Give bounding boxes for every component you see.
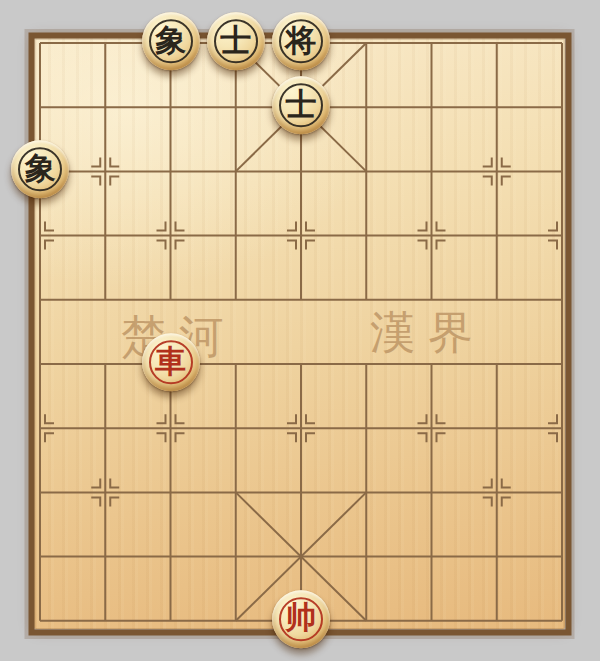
pieces-layer: 象士将士象車帅 xyxy=(0,0,600,661)
piece-black-advisor-1[interactable]: 士 xyxy=(207,12,265,70)
piece-glyph: 将 xyxy=(286,25,317,56)
piece-black-elephant-2[interactable]: 象 xyxy=(11,141,69,199)
piece-black-advisor-2[interactable]: 士 xyxy=(272,76,330,134)
piece-glyph: 車 xyxy=(155,346,186,377)
piece-glyph: 象 xyxy=(155,25,186,56)
piece-black-elephant-1[interactable]: 象 xyxy=(142,12,200,70)
piece-glyph: 士 xyxy=(220,25,251,56)
piece-glyph: 士 xyxy=(286,89,317,120)
piece-red-general[interactable]: 帅 xyxy=(272,590,330,648)
piece-glyph: 帅 xyxy=(286,603,317,634)
piece-black-general[interactable]: 将 xyxy=(272,12,330,70)
piece-red-chariot[interactable]: 車 xyxy=(142,333,200,391)
piece-glyph: 象 xyxy=(25,153,56,184)
xiangqi-app: 楚河 漢界 象士将士象車帅 xyxy=(0,0,600,661)
